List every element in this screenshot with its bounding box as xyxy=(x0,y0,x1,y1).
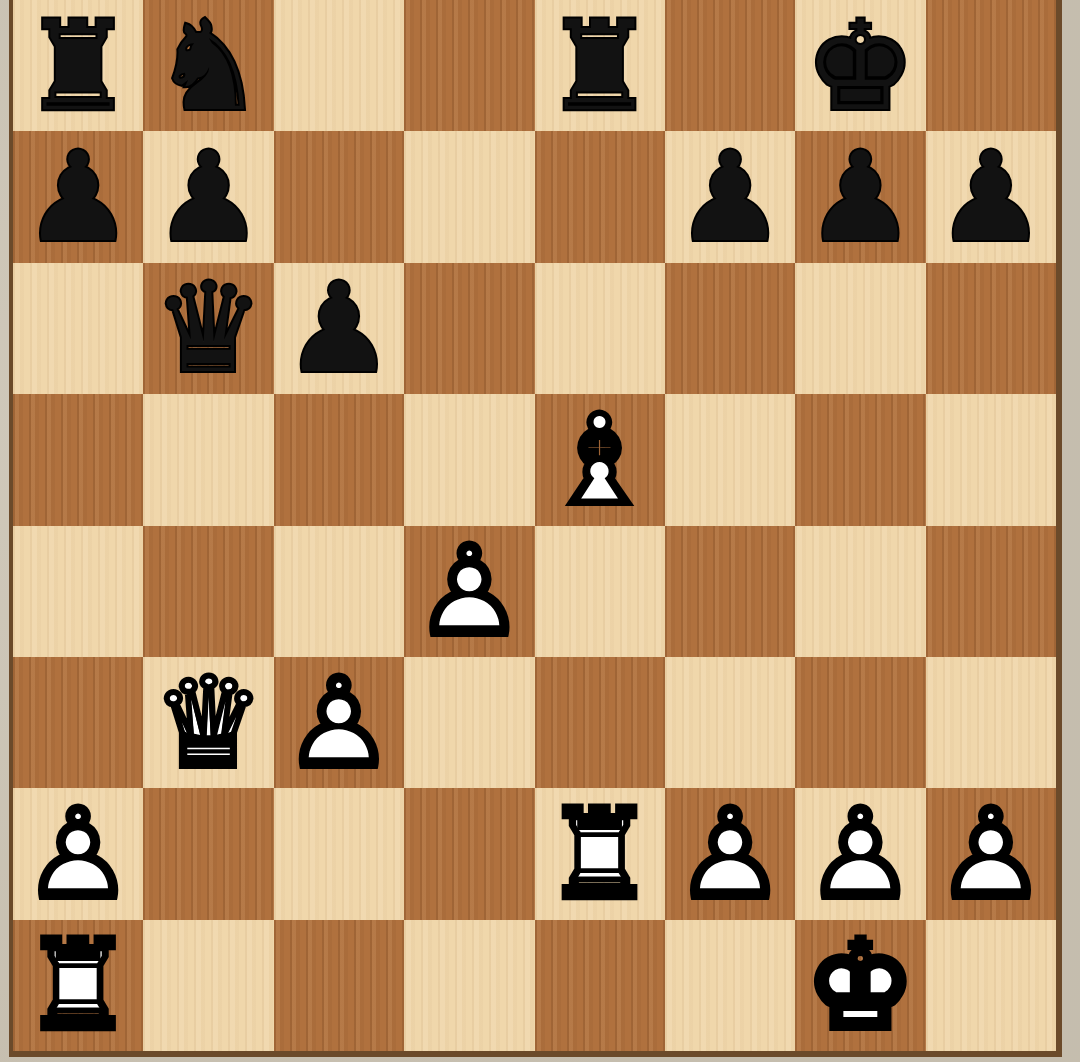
square-e3[interactable] xyxy=(535,657,665,788)
square-c3[interactable]: ♟♙ xyxy=(274,657,404,788)
square-f2[interactable]: ♟♙ xyxy=(665,788,795,919)
black-pawn-detail-icon: ♟ xyxy=(13,131,143,262)
white-pawn[interactable]: ♟♙ xyxy=(795,788,925,919)
square-e7[interactable] xyxy=(535,131,665,262)
chess-board: ♜♜♞♞♜♜♚♚♟♟♟♟♟♟♟♟♟♟♛♛♟♟♝♗♟♙♛♕♟♙♟♙♜♖♟♙♟♙♟♙… xyxy=(13,0,1056,1051)
square-b4[interactable] xyxy=(143,526,273,657)
square-b6[interactable]: ♛♛ xyxy=(143,263,273,394)
board-frame: ♜♜♞♞♜♜♚♚♟♟♟♟♟♟♟♟♟♟♛♛♟♟♝♗♟♙♛♕♟♙♟♙♜♖♟♙♟♙♟♙… xyxy=(9,0,1062,1057)
square-b2[interactable] xyxy=(143,788,273,919)
white-pawn[interactable]: ♟♙ xyxy=(13,788,143,919)
square-a1[interactable]: ♜♖ xyxy=(13,920,143,1051)
square-h6[interactable] xyxy=(926,263,1056,394)
square-f5[interactable] xyxy=(665,394,795,525)
square-f6[interactable] xyxy=(665,263,795,394)
white-pawn-detail-icon: ♙ xyxy=(926,788,1056,919)
black-pawn[interactable]: ♟♟ xyxy=(795,131,925,262)
square-a7[interactable]: ♟♟ xyxy=(13,131,143,262)
square-e1[interactable] xyxy=(535,920,665,1051)
square-g7[interactable]: ♟♟ xyxy=(795,131,925,262)
white-pawn-detail-icon: ♙ xyxy=(274,657,404,788)
black-pawn[interactable]: ♟♟ xyxy=(274,263,404,394)
square-a5[interactable] xyxy=(13,394,143,525)
black-knight[interactable]: ♞♞ xyxy=(143,0,273,131)
square-c4[interactable] xyxy=(274,526,404,657)
square-c8[interactable] xyxy=(274,0,404,131)
white-pawn[interactable]: ♟♙ xyxy=(404,526,534,657)
square-c6[interactable]: ♟♟ xyxy=(274,263,404,394)
white-bishop-detail-icon: ♗ xyxy=(535,394,665,525)
white-pawn[interactable]: ♟♙ xyxy=(274,657,404,788)
white-bishop[interactable]: ♝♗ xyxy=(535,394,665,525)
black-king[interactable]: ♚♚ xyxy=(795,0,925,131)
white-rook-detail-icon: ♖ xyxy=(535,788,665,919)
black-rook[interactable]: ♜♜ xyxy=(535,0,665,131)
white-king-detail-icon: ♔ xyxy=(795,920,925,1051)
square-h2[interactable]: ♟♙ xyxy=(926,788,1056,919)
white-pawn-detail-icon: ♙ xyxy=(13,788,143,919)
square-f7[interactable]: ♟♟ xyxy=(665,131,795,262)
square-g2[interactable]: ♟♙ xyxy=(795,788,925,919)
square-a8[interactable]: ♜♜ xyxy=(13,0,143,131)
black-pawn-detail-icon: ♟ xyxy=(143,131,273,262)
square-h5[interactable] xyxy=(926,394,1056,525)
square-e2[interactable]: ♜♖ xyxy=(535,788,665,919)
square-h1[interactable] xyxy=(926,920,1056,1051)
square-d8[interactable] xyxy=(404,0,534,131)
black-pawn[interactable]: ♟♟ xyxy=(926,131,1056,262)
square-c7[interactable] xyxy=(274,131,404,262)
square-b1[interactable] xyxy=(143,920,273,1051)
black-pawn[interactable]: ♟♟ xyxy=(13,131,143,262)
square-h7[interactable]: ♟♟ xyxy=(926,131,1056,262)
square-e8[interactable]: ♜♜ xyxy=(535,0,665,131)
black-queen-detail-icon: ♛ xyxy=(143,263,273,394)
white-rook-detail-icon: ♖ xyxy=(13,920,143,1051)
black-pawn-detail-icon: ♟ xyxy=(665,131,795,262)
white-king[interactable]: ♚♔ xyxy=(795,920,925,1051)
black-queen[interactable]: ♛♛ xyxy=(143,263,273,394)
square-f4[interactable] xyxy=(665,526,795,657)
white-pawn[interactable]: ♟♙ xyxy=(665,788,795,919)
square-b5[interactable] xyxy=(143,394,273,525)
square-d4[interactable]: ♟♙ xyxy=(404,526,534,657)
white-rook[interactable]: ♜♖ xyxy=(13,920,143,1051)
square-d7[interactable] xyxy=(404,131,534,262)
square-a3[interactable] xyxy=(13,657,143,788)
black-pawn-detail-icon: ♟ xyxy=(926,131,1056,262)
white-rook[interactable]: ♜♖ xyxy=(535,788,665,919)
white-queen-detail-icon: ♕ xyxy=(143,657,273,788)
square-e4[interactable] xyxy=(535,526,665,657)
black-knight-detail-icon: ♞ xyxy=(143,0,273,131)
square-b8[interactable]: ♞♞ xyxy=(143,0,273,131)
black-rook-detail-icon: ♜ xyxy=(535,0,665,131)
black-pawn[interactable]: ♟♟ xyxy=(143,131,273,262)
white-pawn-detail-icon: ♙ xyxy=(665,788,795,919)
square-d3[interactable] xyxy=(404,657,534,788)
square-f3[interactable] xyxy=(665,657,795,788)
square-e5[interactable]: ♝♗ xyxy=(535,394,665,525)
square-a6[interactable] xyxy=(13,263,143,394)
square-g4[interactable] xyxy=(795,526,925,657)
square-h4[interactable] xyxy=(926,526,1056,657)
white-pawn[interactable]: ♟♙ xyxy=(926,788,1056,919)
white-queen[interactable]: ♛♕ xyxy=(143,657,273,788)
square-g3[interactable] xyxy=(795,657,925,788)
square-c2[interactable] xyxy=(274,788,404,919)
square-a4[interactable] xyxy=(13,526,143,657)
black-pawn-detail-icon: ♟ xyxy=(795,131,925,262)
black-king-detail-icon: ♚ xyxy=(795,0,925,131)
square-d2[interactable] xyxy=(404,788,534,919)
square-h8[interactable] xyxy=(926,0,1056,131)
square-g8[interactable]: ♚♚ xyxy=(795,0,925,131)
square-g5[interactable] xyxy=(795,394,925,525)
square-b7[interactable]: ♟♟ xyxy=(143,131,273,262)
square-c5[interactable] xyxy=(274,394,404,525)
black-rook[interactable]: ♜♜ xyxy=(13,0,143,131)
page-background: ♜♜♞♞♜♜♚♚♟♟♟♟♟♟♟♟♟♟♛♛♟♟♝♗♟♙♛♕♟♙♟♙♜♖♟♙♟♙♟♙… xyxy=(0,0,1080,1062)
square-d6[interactable] xyxy=(404,263,534,394)
square-h3[interactable] xyxy=(926,657,1056,788)
square-f8[interactable] xyxy=(665,0,795,131)
white-pawn-detail-icon: ♙ xyxy=(795,788,925,919)
square-f1[interactable] xyxy=(665,920,795,1051)
black-rook-detail-icon: ♜ xyxy=(13,0,143,131)
black-pawn-detail-icon: ♟ xyxy=(274,263,404,394)
white-pawn-detail-icon: ♙ xyxy=(404,526,534,657)
square-c1[interactable] xyxy=(274,920,404,1051)
square-a2[interactable]: ♟♙ xyxy=(13,788,143,919)
square-b3[interactable]: ♛♕ xyxy=(143,657,273,788)
black-pawn[interactable]: ♟♟ xyxy=(665,131,795,262)
square-g1[interactable]: ♚♔ xyxy=(795,920,925,1051)
square-d1[interactable] xyxy=(404,920,534,1051)
square-d5[interactable] xyxy=(404,394,534,525)
square-e6[interactable] xyxy=(535,263,665,394)
square-g6[interactable] xyxy=(795,263,925,394)
